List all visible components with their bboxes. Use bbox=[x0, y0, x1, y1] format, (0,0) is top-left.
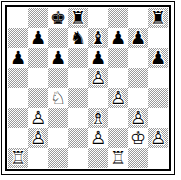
square-b6[interactable] bbox=[28, 48, 48, 68]
white-pawn-piece: ♟♙ bbox=[88, 128, 108, 148]
black-pawn-piece: ♟♟ bbox=[48, 48, 68, 68]
black-king-piece: ♚♚ bbox=[48, 8, 68, 28]
black-rook-glyph: ♜ bbox=[148, 8, 168, 28]
black-pawn-glyph: ♟ bbox=[88, 48, 108, 68]
square-h1[interactable] bbox=[148, 148, 168, 168]
white-rook-glyph: ♖ bbox=[8, 148, 28, 168]
black-bishop-piece: ♝♝ bbox=[88, 28, 108, 48]
square-b3[interactable]: ♟♙ bbox=[28, 108, 48, 128]
square-h3[interactable] bbox=[148, 108, 168, 128]
square-g6[interactable] bbox=[128, 48, 148, 68]
black-pawn-piece: ♟♟ bbox=[148, 48, 168, 68]
black-rook-piece: ♜♜ bbox=[148, 8, 168, 28]
square-g7[interactable]: ♟♟ bbox=[128, 28, 148, 48]
white-pawn-glyph: ♙ bbox=[88, 68, 108, 88]
square-b1[interactable] bbox=[28, 148, 48, 168]
square-b8[interactable] bbox=[28, 8, 48, 28]
square-h5[interactable] bbox=[148, 68, 168, 88]
white-king-piece: ♚♔ bbox=[128, 128, 148, 148]
square-c8[interactable]: ♚♚ bbox=[48, 8, 68, 28]
square-h4[interactable] bbox=[148, 88, 168, 108]
white-rook-glyph: ♖ bbox=[108, 148, 128, 168]
square-c2[interactable] bbox=[48, 128, 68, 148]
black-pawn-piece: ♟♟ bbox=[108, 28, 128, 48]
square-d1[interactable] bbox=[68, 148, 88, 168]
square-c7[interactable] bbox=[48, 28, 68, 48]
white-pawn-glyph: ♙ bbox=[28, 108, 48, 128]
white-knight-piece: ♞♘ bbox=[48, 88, 68, 108]
square-d6[interactable] bbox=[68, 48, 88, 68]
square-e1[interactable] bbox=[88, 148, 108, 168]
white-pawn-piece: ♟♙ bbox=[108, 88, 128, 108]
square-e4[interactable] bbox=[88, 88, 108, 108]
white-pawn-glyph: ♙ bbox=[128, 108, 148, 128]
square-d7[interactable]: ♞♞ bbox=[68, 28, 88, 48]
square-f4[interactable]: ♟♙ bbox=[108, 88, 128, 108]
square-f8[interactable] bbox=[108, 8, 128, 28]
square-c6[interactable]: ♟♟ bbox=[48, 48, 68, 68]
square-d4[interactable] bbox=[68, 88, 88, 108]
square-b4[interactable] bbox=[28, 88, 48, 108]
square-g2[interactable]: ♚♔ bbox=[128, 128, 148, 148]
square-a2[interactable] bbox=[8, 128, 28, 148]
square-g5[interactable] bbox=[128, 68, 148, 88]
white-pawn-piece: ♟♙ bbox=[128, 108, 148, 128]
white-pawn-glyph: ♙ bbox=[28, 128, 48, 148]
white-pawn-glyph: ♙ bbox=[148, 128, 168, 148]
black-pawn-glyph: ♟ bbox=[108, 28, 128, 48]
chess-board: ♚♚♜♜♜♜♟♟♞♞♝♝♟♟♟♟♟♟♟♟♟♟♟♟♟♙♞♘♟♙♟♙♝♗♟♙♟♙♟♙… bbox=[8, 8, 168, 168]
black-king-glyph: ♚ bbox=[48, 8, 68, 28]
square-e6[interactable]: ♟♟ bbox=[88, 48, 108, 68]
square-f7[interactable]: ♟♟ bbox=[108, 28, 128, 48]
black-pawn-glyph: ♟ bbox=[8, 48, 28, 68]
square-f1[interactable]: ♜♖ bbox=[108, 148, 128, 168]
black-pawn-piece: ♟♟ bbox=[88, 48, 108, 68]
white-pawn-piece: ♟♙ bbox=[28, 128, 48, 148]
square-g3[interactable]: ♟♙ bbox=[128, 108, 148, 128]
square-f3[interactable] bbox=[108, 108, 128, 128]
square-a1[interactable]: ♜♖ bbox=[8, 148, 28, 168]
square-c5[interactable] bbox=[48, 68, 68, 88]
square-c1[interactable] bbox=[48, 148, 68, 168]
square-d3[interactable] bbox=[68, 108, 88, 128]
square-a7[interactable] bbox=[8, 28, 28, 48]
square-a8[interactable] bbox=[8, 8, 28, 28]
white-king-glyph: ♔ bbox=[128, 128, 148, 148]
black-pawn-glyph: ♟ bbox=[128, 28, 148, 48]
black-bishop-glyph: ♝ bbox=[88, 28, 108, 48]
black-rook-glyph: ♜ bbox=[68, 8, 88, 28]
square-h7[interactable] bbox=[148, 28, 168, 48]
square-e5[interactable]: ♟♙ bbox=[88, 68, 108, 88]
black-knight-piece: ♞♞ bbox=[68, 28, 88, 48]
square-d2[interactable] bbox=[68, 128, 88, 148]
black-knight-glyph: ♞ bbox=[68, 28, 88, 48]
white-pawn-piece: ♟♙ bbox=[148, 128, 168, 148]
square-f6[interactable] bbox=[108, 48, 128, 68]
white-pawn-piece: ♟♙ bbox=[28, 108, 48, 128]
square-g1[interactable] bbox=[128, 148, 148, 168]
square-e3[interactable]: ♝♗ bbox=[88, 108, 108, 128]
square-f2[interactable] bbox=[108, 128, 128, 148]
white-bishop-glyph: ♗ bbox=[88, 108, 108, 128]
square-b2[interactable]: ♟♙ bbox=[28, 128, 48, 148]
square-a3[interactable] bbox=[8, 108, 28, 128]
square-a4[interactable] bbox=[8, 88, 28, 108]
square-h8[interactable]: ♜♜ bbox=[148, 8, 168, 28]
white-bishop-piece: ♝♗ bbox=[88, 108, 108, 128]
black-pawn-glyph: ♟ bbox=[28, 28, 48, 48]
white-pawn-glyph: ♙ bbox=[88, 128, 108, 148]
black-pawn-piece: ♟♟ bbox=[8, 48, 28, 68]
white-rook-piece: ♜♖ bbox=[8, 148, 28, 168]
white-rook-piece: ♜♖ bbox=[108, 148, 128, 168]
square-g4[interactable] bbox=[128, 88, 148, 108]
square-d8[interactable]: ♜♜ bbox=[68, 8, 88, 28]
square-d5[interactable] bbox=[68, 68, 88, 88]
square-a5[interactable] bbox=[8, 68, 28, 88]
square-a6[interactable]: ♟♟ bbox=[8, 48, 28, 68]
black-rook-piece: ♜♜ bbox=[68, 8, 88, 28]
square-c3[interactable] bbox=[48, 108, 68, 128]
square-c4[interactable]: ♞♘ bbox=[48, 88, 68, 108]
square-g8[interactable] bbox=[128, 8, 148, 28]
square-e8[interactable] bbox=[88, 8, 108, 28]
white-knight-glyph: ♘ bbox=[48, 88, 68, 108]
square-h2[interactable]: ♟♙ bbox=[148, 128, 168, 148]
white-pawn-glyph: ♙ bbox=[108, 88, 128, 108]
board-outer-frame: ♚♚♜♜♜♜♟♟♞♞♝♝♟♟♟♟♟♟♟♟♟♟♟♟♟♙♞♘♟♙♟♙♝♗♟♙♟♙♟♙… bbox=[1, 1, 175, 175]
square-f5[interactable] bbox=[108, 68, 128, 88]
black-pawn-piece: ♟♟ bbox=[28, 28, 48, 48]
black-pawn-glyph: ♟ bbox=[48, 48, 68, 68]
board-inner-frame: ♚♚♜♜♜♜♟♟♞♞♝♝♟♟♟♟♟♟♟♟♟♟♟♟♟♙♞♘♟♙♟♙♝♗♟♙♟♙♟♙… bbox=[5, 5, 171, 171]
black-pawn-piece: ♟♟ bbox=[128, 28, 148, 48]
square-b5[interactable] bbox=[28, 68, 48, 88]
square-b7[interactable]: ♟♟ bbox=[28, 28, 48, 48]
square-e2[interactable]: ♟♙ bbox=[88, 128, 108, 148]
square-e7[interactable]: ♝♝ bbox=[88, 28, 108, 48]
black-pawn-glyph: ♟ bbox=[148, 48, 168, 68]
white-pawn-piece: ♟♙ bbox=[88, 68, 108, 88]
square-h6[interactable]: ♟♟ bbox=[148, 48, 168, 68]
